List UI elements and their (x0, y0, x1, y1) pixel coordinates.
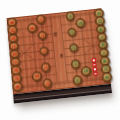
piece-red-炮[interactable]: 炮 (27, 23, 37, 33)
seal-stamp (93, 67, 97, 71)
product-photo: 楚河 漢界 車馬相仕帥仕相馬車炮炮兵兵兵兵兵卒卒卒卒卒砲砲車馬象士將士象馬車 (0, 0, 120, 120)
board-surface[interactable]: 楚河 漢界 車馬相仕帥仕相馬車炮炮兵兵兵兵兵卒卒卒卒卒砲砲車馬象士將士象馬車 (7, 8, 111, 94)
piece-green-卒[interactable]: 卒 (70, 59, 81, 69)
seal-stamp (93, 72, 97, 76)
xiangqi-board[interactable]: 楚河 漢界 車馬相仕帥仕相馬車炮炮兵兵兵兵兵卒卒卒卒卒砲砲車馬象士將士象馬車 (7, 8, 112, 103)
seal-stamp (92, 63, 96, 67)
seal-stamp (92, 58, 96, 62)
piece-red-炮[interactable]: 炮 (31, 71, 41, 82)
piece-green-車[interactable]: 車 (102, 72, 113, 83)
